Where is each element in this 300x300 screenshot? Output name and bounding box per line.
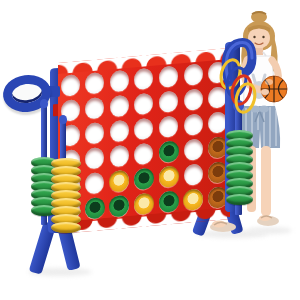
board-hole	[134, 93, 153, 116]
board-hole	[159, 90, 178, 113]
disc-green	[109, 195, 129, 218]
cell-r4c2	[83, 145, 108, 172]
disc-green	[159, 140, 179, 163]
disc-green	[85, 197, 105, 220]
board-grid	[58, 59, 230, 224]
board-hole	[184, 113, 203, 136]
cell-r3c3	[107, 118, 132, 145]
cell-r4c3	[107, 143, 132, 170]
board-hole	[85, 72, 104, 95]
product-photo-scene	[0, 0, 300, 300]
board-hole	[110, 120, 129, 143]
cell-r1c1	[58, 72, 83, 99]
disc-yellow	[109, 170, 129, 193]
disc-yellow	[183, 188, 203, 211]
board-hole	[184, 163, 203, 186]
cell-r1c4	[132, 65, 157, 92]
board-hole	[184, 138, 203, 161]
cell-r2c4	[132, 90, 157, 117]
disc-yellow	[159, 165, 179, 188]
cell-r4c6	[181, 136, 206, 163]
cell-r3c2	[83, 120, 108, 147]
cell-r1c5	[156, 63, 181, 90]
toss-ring-green	[226, 194, 253, 205]
cell-r2c5	[156, 88, 181, 115]
board-hole	[184, 63, 203, 86]
board-hole	[61, 74, 80, 97]
disc-green	[159, 190, 179, 213]
cell-r1c6	[181, 61, 206, 88]
cell-r5c3	[107, 168, 132, 195]
cell-r5c2	[83, 170, 108, 197]
cell-r2c6	[181, 86, 206, 113]
cell-r2c2	[83, 95, 108, 122]
cell-r4c5	[156, 138, 181, 165]
cell-r2c3	[107, 93, 132, 120]
board-hole	[159, 65, 178, 88]
hand	[261, 89, 269, 95]
board-hole	[85, 147, 104, 170]
cell-r3c5	[156, 113, 181, 140]
board-hole	[110, 145, 129, 168]
board-hole	[159, 115, 178, 138]
board-hole	[134, 143, 153, 166]
board-hole	[85, 172, 104, 195]
disc-yellow	[134, 193, 154, 216]
sandal	[257, 215, 279, 226]
cell-r3c6	[181, 111, 206, 138]
board-hole	[85, 122, 104, 145]
hanging-thin-rings	[218, 56, 252, 110]
board-hole	[134, 118, 153, 141]
basketball	[261, 76, 287, 102]
connect-four-board	[58, 59, 230, 224]
sandal	[209, 217, 237, 233]
cell-r3c4	[132, 115, 157, 142]
board-hole	[184, 88, 203, 111]
cell-r4c4	[132, 140, 157, 167]
cell-r1c3	[107, 68, 132, 95]
toss-ring-yellow	[51, 222, 81, 233]
cell-r1c2	[83, 70, 108, 97]
board-hole	[134, 68, 153, 91]
cell-r5c5	[156, 163, 181, 190]
board-hole	[110, 95, 129, 118]
board-hole	[110, 70, 129, 93]
cell-r5c6	[181, 161, 206, 188]
board-hole	[85, 97, 104, 120]
cell-r5c4	[132, 165, 157, 192]
disc-green	[134, 168, 154, 191]
